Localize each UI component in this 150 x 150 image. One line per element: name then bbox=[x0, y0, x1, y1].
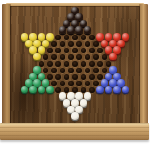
board-hole[interactable] bbox=[76, 54, 82, 60]
board-hole[interactable] bbox=[51, 41, 57, 47]
board-hole[interactable] bbox=[43, 68, 49, 74]
board-hole[interactable] bbox=[81, 61, 87, 67]
board-hole[interactable] bbox=[97, 48, 103, 54]
photo-scene bbox=[0, 0, 150, 150]
board-hole[interactable] bbox=[85, 81, 91, 87]
peg-black[interactable] bbox=[75, 26, 83, 34]
board-hole[interactable] bbox=[97, 61, 103, 67]
board-hole[interactable] bbox=[47, 61, 53, 67]
board-hole[interactable] bbox=[55, 48, 61, 54]
peg-white[interactable] bbox=[71, 112, 79, 120]
board-hole[interactable] bbox=[55, 74, 61, 80]
peg-green[interactable] bbox=[29, 86, 37, 94]
board-hole[interactable] bbox=[43, 54, 49, 60]
board-hole[interactable] bbox=[68, 81, 74, 87]
board-hole[interactable] bbox=[64, 35, 70, 41]
peg-green[interactable] bbox=[46, 86, 54, 94]
peg-blue[interactable] bbox=[105, 86, 113, 94]
peg-blue[interactable] bbox=[96, 86, 104, 94]
board-hole[interactable] bbox=[85, 54, 91, 60]
board-hole[interactable] bbox=[85, 41, 91, 47]
board-hole[interactable] bbox=[72, 61, 78, 67]
board-hole[interactable] bbox=[60, 68, 66, 74]
board-hole[interactable] bbox=[81, 35, 87, 41]
board-hole[interactable] bbox=[55, 35, 61, 41]
board-hole[interactable] bbox=[60, 41, 66, 47]
board-hole[interactable] bbox=[51, 54, 57, 60]
board-hole[interactable] bbox=[93, 41, 99, 47]
board-hole[interactable] bbox=[102, 54, 108, 60]
board-hole[interactable] bbox=[76, 68, 82, 74]
peg-black[interactable] bbox=[67, 26, 75, 34]
board-hole[interactable] bbox=[81, 74, 87, 80]
board-hole[interactable] bbox=[81, 48, 87, 54]
star-hole-grid bbox=[0, 0, 150, 150]
board-hole[interactable] bbox=[51, 68, 57, 74]
board-hole[interactable] bbox=[68, 41, 74, 47]
board-hole[interactable] bbox=[60, 54, 66, 60]
board-hole[interactable] bbox=[76, 41, 82, 47]
board-hole[interactable] bbox=[64, 61, 70, 67]
board-hole[interactable] bbox=[93, 54, 99, 60]
board-hole[interactable] bbox=[72, 48, 78, 54]
board-hole[interactable] bbox=[68, 54, 74, 60]
board-hole[interactable] bbox=[68, 68, 74, 74]
board-hole[interactable] bbox=[47, 48, 53, 54]
board-hole[interactable] bbox=[85, 68, 91, 74]
board-hole[interactable] bbox=[55, 61, 61, 67]
board-hole[interactable] bbox=[89, 48, 95, 54]
peg-black[interactable] bbox=[84, 26, 92, 34]
peg-green[interactable] bbox=[38, 86, 46, 94]
board-hole[interactable] bbox=[60, 81, 66, 87]
board-hole[interactable] bbox=[76, 81, 82, 87]
board-hole[interactable] bbox=[93, 68, 99, 74]
board-hole[interactable] bbox=[72, 35, 78, 41]
peg-yellow[interactable] bbox=[33, 53, 41, 61]
board-hole[interactable] bbox=[64, 74, 70, 80]
board-hole[interactable] bbox=[89, 61, 95, 67]
peg-blue[interactable] bbox=[122, 86, 130, 94]
peg-red[interactable] bbox=[109, 53, 117, 61]
board-hole[interactable] bbox=[72, 74, 78, 80]
peg-blue[interactable] bbox=[113, 86, 121, 94]
board-hole[interactable] bbox=[89, 35, 95, 41]
peg-green[interactable] bbox=[21, 86, 29, 94]
peg-black[interactable] bbox=[59, 26, 67, 34]
board-hole[interactable] bbox=[64, 48, 70, 54]
board-hole[interactable] bbox=[89, 74, 95, 80]
